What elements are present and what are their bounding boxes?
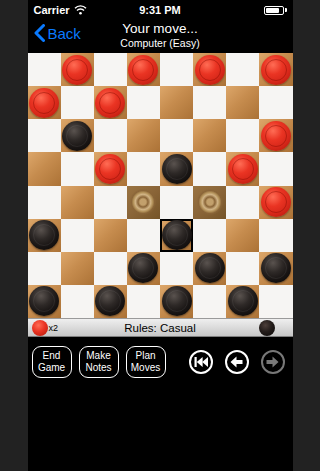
red-checker-piece — [261, 121, 291, 151]
board-square-c8[interactable] — [94, 285, 127, 318]
red-checker-piece — [261, 55, 291, 85]
board-square-b8 — [61, 285, 94, 318]
board-square-g7 — [226, 252, 259, 285]
board-square-a4[interactable] — [28, 152, 61, 185]
board-square-h4 — [259, 152, 292, 185]
board-square-g1 — [226, 53, 259, 86]
board-square-d5[interactable] — [127, 186, 160, 219]
black-checker-piece — [162, 220, 192, 250]
board-square-g6[interactable] — [226, 219, 259, 252]
board-square-h1[interactable] — [259, 53, 292, 86]
black-checker-piece — [62, 121, 92, 151]
left-arrow-icon — [230, 356, 243, 368]
board-square-h7[interactable] — [259, 252, 292, 285]
red-checker-piece — [261, 187, 291, 217]
board-square-b5[interactable] — [61, 186, 94, 219]
status-bar: Carrier 9:31 PM — [28, 0, 293, 20]
board-square-c5 — [94, 186, 127, 219]
board-square-f5[interactable] — [193, 186, 226, 219]
black-checker-piece — [162, 286, 192, 316]
board-square-g3 — [226, 119, 259, 152]
red-checker-piece — [95, 88, 125, 118]
nav-titles: Your move... Computer (Easy) — [28, 21, 293, 49]
controls-bar: EndGameMakeNotesPlanMoves — [28, 337, 293, 381]
board-square-d1[interactable] — [127, 53, 160, 86]
board-square-e4[interactable] — [160, 152, 193, 185]
move-hint-ghost — [196, 189, 223, 216]
board-square-g8[interactable] — [226, 285, 259, 318]
move-hint-ghost — [130, 189, 157, 216]
redo-move-button[interactable] — [261, 350, 285, 374]
end-game-button[interactable]: EndGame — [32, 346, 72, 378]
board-square-b2 — [61, 86, 94, 119]
board-square-b6 — [61, 219, 94, 252]
black-checker-piece — [228, 286, 258, 316]
black-checker-piece — [29, 220, 59, 250]
board-square-h8 — [259, 285, 292, 318]
board-square-a5 — [28, 186, 61, 219]
board-square-f3[interactable] — [193, 119, 226, 152]
black-checker-piece — [29, 286, 59, 316]
board-square-h3[interactable] — [259, 119, 292, 152]
board-square-a1 — [28, 53, 61, 86]
right-arrow-icon — [266, 356, 279, 368]
page-subtitle: Computer (Easy) — [28, 37, 293, 49]
board-square-f7[interactable] — [193, 252, 226, 285]
board-square-f1[interactable] — [193, 53, 226, 86]
make-notes-button[interactable]: MakeNotes — [79, 346, 119, 378]
board-square-f6 — [193, 219, 226, 252]
board-square-g2[interactable] — [226, 86, 259, 119]
battery-icon — [264, 6, 287, 15]
red-checker-piece — [195, 55, 225, 85]
make-notes-label-line1: Make — [86, 350, 110, 362]
page-title: Your move... — [28, 21, 293, 36]
rules-label: Rules: Casual — [28, 322, 293, 334]
board-square-g4[interactable] — [226, 152, 259, 185]
red-checker-piece — [128, 55, 158, 85]
board-square-a8[interactable] — [28, 285, 61, 318]
end-game-label-line1: End — [43, 350, 61, 362]
black-checker-piece — [162, 154, 192, 184]
board-square-d7[interactable] — [127, 252, 160, 285]
plan-moves-label-line2: Moves — [131, 362, 160, 374]
board-square-g5 — [226, 186, 259, 219]
plan-moves-label-line1: Plan — [135, 350, 155, 362]
board-square-d3[interactable] — [127, 119, 160, 152]
board-square-b7[interactable] — [61, 252, 94, 285]
board-square-e2[interactable] — [160, 86, 193, 119]
board-square-h2 — [259, 86, 292, 119]
end-game-label-line2: Game — [38, 362, 65, 374]
red-checker-piece — [29, 88, 59, 118]
black-checker-piece — [95, 286, 125, 316]
board-square-c1 — [94, 53, 127, 86]
board-square-f8 — [193, 285, 226, 318]
board-square-e1 — [160, 53, 193, 86]
info-bar: x2 Rules: Casual — [28, 318, 293, 337]
board-square-c7 — [94, 252, 127, 285]
board-square-a6[interactable] — [28, 219, 61, 252]
checkers-board — [28, 53, 293, 318]
board-square-a3 — [28, 119, 61, 152]
board-square-e3 — [160, 119, 193, 152]
red-checker-piece — [62, 55, 92, 85]
board-square-f2 — [193, 86, 226, 119]
board-square-e5 — [160, 186, 193, 219]
board-square-h5[interactable] — [259, 186, 292, 219]
app-screen: Carrier 9:31 PM Back Your move... Comput… — [28, 0, 293, 471]
skip-to-start-icon — [194, 356, 208, 368]
board-square-h6 — [259, 219, 292, 252]
board-square-d8 — [127, 285, 160, 318]
board-square-f4 — [193, 152, 226, 185]
status-time: 9:31 PM — [28, 4, 293, 16]
make-notes-label-line2: Notes — [85, 362, 111, 374]
red-checker-piece — [228, 154, 258, 184]
black-checker-piece — [261, 253, 291, 283]
board-square-b4 — [61, 152, 94, 185]
undo-move-button[interactable] — [225, 350, 249, 374]
red-checker-piece — [95, 154, 125, 184]
plan-moves-button[interactable]: PlanMoves — [126, 346, 166, 378]
board-square-c2[interactable] — [94, 86, 127, 119]
board-square-d2 — [127, 86, 160, 119]
board-square-e8[interactable] — [160, 285, 193, 318]
board-square-d4 — [127, 152, 160, 185]
black-checker-piece — [128, 253, 158, 283]
board-square-a2[interactable] — [28, 86, 61, 119]
board-square-c4[interactable] — [94, 152, 127, 185]
board-square-d6 — [127, 219, 160, 252]
board-square-b3[interactable] — [61, 119, 94, 152]
board-square-c3 — [94, 119, 127, 152]
skip-to-start-button[interactable] — [189, 350, 213, 374]
board-square-a7 — [28, 252, 61, 285]
board-square-e6[interactable] — [160, 219, 193, 252]
nav-bar: Back Your move... Computer (Easy) — [28, 20, 293, 53]
board-square-e7 — [160, 252, 193, 285]
board-square-b1[interactable] — [61, 53, 94, 86]
board-square-c6[interactable] — [94, 219, 127, 252]
black-checker-piece — [195, 253, 225, 283]
